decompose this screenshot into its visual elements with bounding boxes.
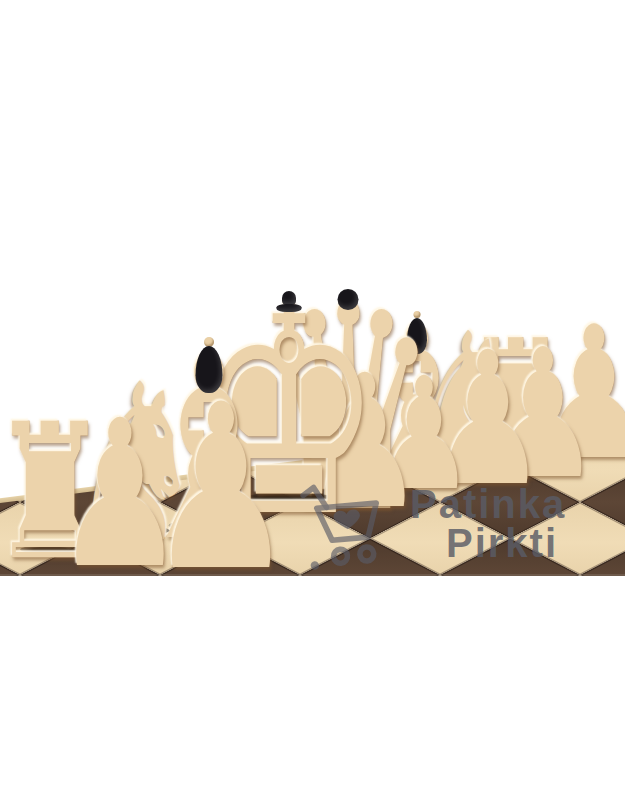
bishop-black-cone	[196, 346, 223, 393]
piece-base-shadow	[169, 519, 250, 532]
piece-base-shadow	[101, 525, 170, 536]
piece-base-shadow	[20, 545, 80, 554]
piece-rook-left: ♜	[0, 418, 125, 549]
piece-pawn-5: ♟	[414, 367, 561, 474]
piece-pawn-7: ♟	[521, 342, 625, 448]
piece-base-shadow	[517, 464, 570, 473]
piece-base-shadow	[337, 493, 392, 502]
piece-queen: ♛	[233, 295, 462, 495]
piece-base-shadow	[386, 450, 448, 460]
piece-pawn-6: ♟	[472, 365, 614, 468]
piece-base-shadow	[302, 488, 394, 502]
piece-pawn-1: ♟	[39, 438, 201, 556]
pawn-glyph: ♟	[535, 302, 625, 485]
bishop-black-cone	[407, 318, 427, 354]
piece-base-shadow	[491, 441, 541, 449]
bishop-tip-ball	[204, 337, 214, 347]
piece-pawn-4: ♟	[362, 391, 486, 481]
bishop-glyph: ♝	[127, 323, 290, 576]
piece-base-shadow	[90, 551, 151, 561]
pawn-glyph: ♟	[54, 394, 185, 597]
pawn-glyph: ♟	[374, 357, 474, 512]
knight-glyph: ♞	[403, 309, 525, 498]
piece-bishop-right: ♝	[340, 320, 494, 455]
pawn-glyph: ♟	[305, 350, 424, 534]
bishop-glyph: ♝	[355, 301, 480, 494]
piece-base-shadow	[243, 492, 335, 506]
pieces-layer: ♜♞♟♝♟♚♛♟♝♟♞♟♜♟♟	[0, 0, 625, 795]
pawn-glyph: ♟	[428, 327, 547, 511]
piece-knight-left: ♞	[48, 378, 222, 530]
piece-knight-right: ♞	[388, 328, 539, 460]
piece-rook-right: ♜	[453, 335, 579, 445]
product-photo: ♜♞♟♝♟♚♛♟♝♟♞♟♜♟♟ Patinka Pirkti	[0, 0, 625, 795]
queen-glyph: ♛	[255, 266, 440, 552]
pawn-glyph: ♟	[147, 374, 294, 602]
piece-base-shadow	[434, 456, 494, 465]
king-black-knob	[282, 291, 296, 305]
king-knob-brim	[276, 304, 301, 312]
queen-black-ball	[337, 289, 358, 310]
piece-pawn-3: ♟	[291, 390, 438, 497]
rook-glyph: ♜	[0, 399, 110, 586]
pawn-glyph: ♟	[486, 326, 601, 504]
piece-base-shadow	[401, 477, 448, 485]
king-glyph: ♚	[195, 268, 382, 557]
piece-king: ♚	[173, 297, 404, 499]
knight-glyph: ♞	[65, 356, 205, 573]
piece-base-shadow	[460, 470, 515, 479]
bishop-tip-ball	[414, 311, 421, 318]
rook-glyph: ♜	[465, 319, 566, 476]
piece-base-shadow	[187, 551, 255, 562]
piece-base-shadow	[567, 444, 622, 453]
piece-bishop-left: ♝	[108, 348, 310, 525]
piece-pawn-2: ♟	[130, 424, 312, 556]
